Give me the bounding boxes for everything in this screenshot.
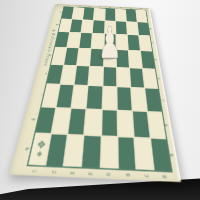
square <box>117 110 133 137</box>
square <box>80 33 92 48</box>
coordinate-label: 7 <box>143 174 149 178</box>
coordinate-label: 3 <box>69 171 75 175</box>
square <box>61 65 76 84</box>
photo-stage: 12345678 abcdefgh ❖ ❖ abcdefgh 12345678 … <box>0 0 200 200</box>
square <box>126 10 137 22</box>
square <box>151 139 171 171</box>
square <box>70 19 82 32</box>
square <box>75 66 90 86</box>
square <box>145 89 162 112</box>
square <box>89 66 103 86</box>
square <box>77 48 90 65</box>
square <box>139 36 152 51</box>
square <box>129 50 142 67</box>
coordinate-label: d <box>153 59 157 61</box>
square <box>143 68 158 88</box>
coordinate-label: e <box>156 77 160 79</box>
square <box>103 67 116 87</box>
coordinate-label: b <box>149 28 153 30</box>
square <box>137 22 149 35</box>
square <box>117 87 131 110</box>
square <box>134 138 153 170</box>
square <box>130 68 144 88</box>
chess-mat: 12345678 abcdefgh ❖ ❖ abcdefgh 12345678 … <box>9 4 181 182</box>
square <box>72 85 88 108</box>
square <box>85 109 101 136</box>
square <box>67 33 80 48</box>
coordinate-label: 2 <box>50 170 56 174</box>
square <box>136 10 147 22</box>
square <box>52 108 71 134</box>
square <box>141 51 155 68</box>
square <box>131 88 146 111</box>
square <box>118 138 135 170</box>
coordinate-label: 8 <box>161 175 167 179</box>
square <box>87 86 102 109</box>
coordinate-label: g <box>164 124 169 127</box>
square <box>68 109 85 135</box>
square <box>57 85 74 108</box>
coordinate-label: f <box>159 99 164 101</box>
square <box>127 22 138 35</box>
square <box>117 67 130 87</box>
square <box>148 112 166 139</box>
square <box>82 20 94 33</box>
square <box>128 35 140 50</box>
mat-surface: 12345678 abcdefgh ❖ ❖ abcdefgh 12345678 … <box>9 4 181 182</box>
square <box>82 136 100 168</box>
square <box>101 110 116 137</box>
coordinate-label: 6 <box>124 173 130 177</box>
diamond-glyph: ❖ <box>36 150 43 157</box>
coordinate-label: 1 <box>32 169 38 173</box>
square <box>100 137 117 169</box>
coordinate-label: 4 <box>87 171 93 175</box>
square <box>64 136 83 167</box>
square <box>133 111 150 138</box>
square <box>83 8 94 20</box>
white-pawn: ♟ <box>98 22 116 62</box>
square <box>64 48 78 65</box>
coordinate-label: a <box>146 15 149 16</box>
coordinate-label: 5 <box>106 172 112 176</box>
coordinate-label: h <box>169 154 175 158</box>
square <box>72 7 84 19</box>
square <box>102 87 116 110</box>
